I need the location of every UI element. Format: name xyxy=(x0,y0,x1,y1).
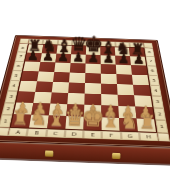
square-g3 xyxy=(118,95,136,107)
square-a1: ♜ xyxy=(11,115,31,128)
square-b4 xyxy=(35,82,53,93)
square-c2: ♟ xyxy=(49,104,67,117)
board-top-face: ABCDEFGH 87654321 ♜♞♝♛♚♝♞♜♟♟♟♟♟♟♟♟♟♟♟♟♟♟… xyxy=(0,35,170,148)
rank-label: 3 xyxy=(152,96,164,108)
square-d1: ♛ xyxy=(65,116,84,129)
brass-hinge-icon xyxy=(45,151,53,157)
rank-label: 1 xyxy=(155,120,168,133)
square-a5 xyxy=(21,71,39,81)
chess-board: ABCDEFGH 87654321 ♜♞♝♛♚♝♞♜♟♟♟♟♟♟♟♟♟♟♟♟♟♟… xyxy=(0,35,170,148)
brass-hinge-icon xyxy=(112,153,120,159)
file-label: E xyxy=(83,131,102,140)
square-g1: ♞ xyxy=(119,118,138,131)
file-label: G xyxy=(120,132,139,141)
rank-label: 2 xyxy=(153,108,166,121)
square-a2: ♟ xyxy=(14,103,34,115)
file-label: F xyxy=(102,131,121,140)
square-f1: ♝ xyxy=(101,118,119,131)
square-b1: ♞ xyxy=(29,115,49,128)
square-g2: ♟ xyxy=(118,106,136,119)
square-e5 xyxy=(85,73,101,84)
square-g6 xyxy=(116,65,132,75)
square-d5 xyxy=(69,73,85,83)
chess-set-photo: ABCDEFGH 87654321 ♜♞♝♛♚♝♞♜♟♟♟♟♟♟♟♟♟♟♟♟♟♟… xyxy=(0,0,170,170)
square-b2: ♟ xyxy=(31,103,50,115)
square-c1: ♝ xyxy=(47,116,66,129)
square-h5 xyxy=(132,75,149,86)
square-g5 xyxy=(116,74,133,85)
square-b3 xyxy=(33,92,51,104)
white-pawn-piece: ♟ xyxy=(86,102,100,118)
square-a4 xyxy=(19,81,37,92)
white-pawn-piece: ♟ xyxy=(51,101,65,117)
square-g7: ♟ xyxy=(115,56,131,65)
white-pawn-piece: ♟ xyxy=(121,104,135,120)
coordinate-frame: ABCDEFGH 87654321 ♜♞♝♛♚♝♞♜♟♟♟♟♟♟♟♟♟♟♟♟♟♟… xyxy=(0,39,170,142)
square-h2: ♟ xyxy=(135,107,154,120)
square-h1: ♜ xyxy=(137,119,156,132)
file-label: H xyxy=(139,133,159,142)
file-label: C xyxy=(46,129,66,138)
square-d2: ♟ xyxy=(66,104,84,117)
frame-corner xyxy=(157,133,170,142)
white-pawn-piece: ♟ xyxy=(33,101,47,117)
square-f5 xyxy=(101,74,117,85)
white-pawn-piece: ♟ xyxy=(103,103,117,119)
square-d3 xyxy=(67,93,84,105)
square-e1: ♚ xyxy=(84,117,102,130)
square-c5 xyxy=(53,72,70,82)
file-label: B xyxy=(27,129,47,138)
rank-label: 4 xyxy=(150,86,162,97)
white-pawn-piece: ♟ xyxy=(15,100,29,116)
file-label: A xyxy=(8,128,28,137)
square-f2: ♟ xyxy=(101,106,119,119)
square-e2: ♟ xyxy=(84,105,102,118)
file-label: D xyxy=(64,130,83,139)
square-c6 xyxy=(54,63,70,73)
squares-grid: ♜♞♝♛♚♝♞♜♟♟♟♟♟♟♟♟♟♟♟♟♟♟♟♟♜♞♝♛♚♝♞♜ xyxy=(10,44,158,133)
square-e6 xyxy=(85,64,101,74)
